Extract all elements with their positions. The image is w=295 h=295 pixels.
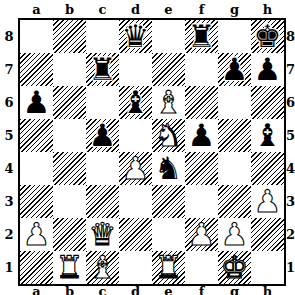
black-pawn[interactable]: ♟ [254,53,282,86]
square-e3[interactable] [152,185,185,218]
square-e2[interactable] [152,218,185,251]
square-d5[interactable] [119,119,152,152]
file-label-e: e [164,284,172,295]
file-label-a: a [32,284,40,295]
square-e5[interactable]: ♞ [152,119,185,152]
black-pawn[interactable]: ♟ [23,86,51,119]
file-label-a: a [32,2,40,17]
rank-label-4: 4 [4,161,13,176]
black-knight[interactable]: ♞ [155,152,183,185]
square-b1[interactable]: ♜ [53,251,86,284]
white-bishop[interactable]: ♝ [89,251,117,284]
square-b5[interactable] [53,119,86,152]
square-f1[interactable] [185,251,218,284]
white-king[interactable]: ♚ [221,251,249,284]
square-d7[interactable] [119,53,152,86]
square-g7[interactable]: ♟ [218,53,251,86]
square-d6[interactable]: ♝ [119,86,152,119]
file-label-f: f [199,2,205,17]
rank-label-2: 2 [286,227,295,242]
square-d2[interactable] [119,218,152,251]
square-f3[interactable] [185,185,218,218]
white-rook[interactable]: ♜ [155,251,183,284]
square-c2[interactable]: ♛ [86,218,119,251]
black-queen[interactable]: ♛ [122,20,150,53]
square-f7[interactable] [185,53,218,86]
square-h5[interactable]: ♝ [251,119,284,152]
rank-label-1: 1 [286,260,295,275]
rank-label-3: 3 [4,194,13,209]
square-g1[interactable]: ♚ [218,251,251,284]
rank-label-8: 8 [4,29,13,44]
rank-label-4: 4 [286,161,295,176]
square-a7[interactable] [20,53,53,86]
file-labels-top: abcdefgh [20,0,284,18]
square-g3[interactable] [218,185,251,218]
white-bishop[interactable]: ♝ [155,86,183,119]
square-h6[interactable] [251,86,284,119]
square-c3[interactable] [86,185,119,218]
white-pawn[interactable]: ♟ [122,152,150,185]
rank-label-6: 6 [4,95,13,110]
square-h4[interactable] [251,152,284,185]
rank-labels-left: 87654321 [0,20,18,284]
black-bishop[interactable]: ♝ [122,86,150,119]
square-h8[interactable]: ♚ [251,20,284,53]
black-bishop[interactable]: ♝ [254,119,282,152]
square-b6[interactable] [53,86,86,119]
square-e6[interactable]: ♝ [152,86,185,119]
square-b7[interactable] [53,53,86,86]
square-b3[interactable] [53,185,86,218]
rank-label-7: 7 [4,62,13,77]
black-rook[interactable]: ♜ [89,53,117,86]
white-knight[interactable]: ♞ [155,119,183,152]
rank-label-5: 5 [286,128,295,143]
file-labels-bottom: abcdefgh [20,284,284,295]
square-e4[interactable]: ♞ [152,152,185,185]
square-c7[interactable]: ♜ [86,53,119,86]
square-b8[interactable] [53,20,86,53]
file-label-e: e [164,2,172,17]
square-a5[interactable] [20,119,53,152]
file-label-c: c [99,284,107,295]
square-e7[interactable] [152,53,185,86]
square-d4[interactable]: ♟ [119,152,152,185]
square-h2[interactable] [251,218,284,251]
square-g6[interactable] [218,86,251,119]
white-queen[interactable]: ♛ [89,218,117,251]
square-c1[interactable]: ♝ [86,251,119,284]
square-e8[interactable] [152,20,185,53]
square-h7[interactable]: ♟ [251,53,284,86]
square-a6[interactable]: ♟ [20,86,53,119]
file-label-g: g [230,2,239,17]
square-f6[interactable] [185,86,218,119]
file-label-d: d [131,284,140,295]
file-label-h: h [263,2,272,17]
square-g5[interactable] [218,119,251,152]
square-a2[interactable]: ♟ [20,218,53,251]
white-pawn[interactable]: ♟ [254,185,282,218]
square-b2[interactable] [53,218,86,251]
rank-labels-right: 87654321 [286,20,295,284]
rank-label-3: 3 [286,194,295,209]
square-h1[interactable] [251,251,284,284]
square-d3[interactable] [119,185,152,218]
black-pawn[interactable]: ♟ [221,53,249,86]
white-rook[interactable]: ♜ [56,251,84,284]
file-label-b: b [65,284,74,295]
chess-diagram: abcdefgh 87654321 ♛♜♚♜♟♟♟♝♝♟♞♟♝♟♞♟♟♛♟♟♜♝… [0,0,295,295]
rank-label-6: 6 [286,95,295,110]
square-d1[interactable] [119,251,152,284]
square-b4[interactable] [53,152,86,185]
file-label-d: d [131,2,140,17]
rank-label-1: 1 [4,260,13,275]
square-f8[interactable]: ♜ [185,20,218,53]
square-e1[interactable]: ♜ [152,251,185,284]
black-rook[interactable]: ♜ [188,20,216,53]
rank-label-7: 7 [286,62,295,77]
file-label-h: h [263,284,272,295]
black-king[interactable]: ♚ [254,20,282,53]
rank-label-2: 2 [4,227,13,242]
square-a3[interactable] [20,185,53,218]
rank-label-8: 8 [286,29,295,44]
square-f5[interactable]: ♟ [185,119,218,152]
square-g4[interactable] [218,152,251,185]
square-g8[interactable] [218,20,251,53]
file-label-b: b [65,2,74,17]
file-label-g: g [230,284,239,295]
square-c6[interactable] [86,86,119,119]
square-g2[interactable]: ♟ [218,218,251,251]
white-pawn[interactable]: ♟ [23,218,51,251]
square-a4[interactable] [20,152,53,185]
square-c4[interactable] [86,152,119,185]
white-pawn[interactable]: ♟ [221,218,249,251]
white-pawn[interactable]: ♟ [188,218,216,251]
square-a8[interactable] [20,20,53,53]
square-d8[interactable]: ♛ [119,20,152,53]
file-label-c: c [99,2,107,17]
chess-board: ♛♜♚♜♟♟♟♝♝♟♞♟♝♟♞♟♟♛♟♟♜♝♜♚ [18,18,286,286]
square-f4[interactable] [185,152,218,185]
square-c5[interactable]: ♟ [86,119,119,152]
black-pawn[interactable]: ♟ [188,119,216,152]
file-label-f: f [199,284,205,295]
square-f2[interactable]: ♟ [185,218,218,251]
square-c8[interactable] [86,20,119,53]
square-h3[interactable]: ♟ [251,185,284,218]
black-pawn[interactable]: ♟ [89,119,117,152]
square-a1[interactable] [20,251,53,284]
rank-label-5: 5 [4,128,13,143]
